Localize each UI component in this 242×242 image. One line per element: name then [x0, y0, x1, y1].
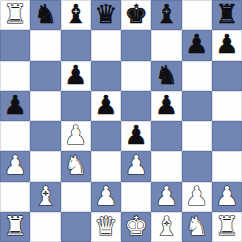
square-e4[interactable]: ♟ — [121, 121, 151, 151]
square-d6[interactable] — [91, 61, 121, 91]
square-e2[interactable] — [121, 182, 151, 212]
black-rook-piece: ♜ — [215, 1, 238, 27]
square-h3[interactable] — [212, 151, 242, 181]
square-h4[interactable] — [212, 121, 242, 151]
square-h5[interactable] — [212, 91, 242, 121]
white-pawn-piece: ♟ — [124, 152, 147, 178]
white-rook-piece: ♜ — [215, 213, 238, 239]
square-g7[interactable]: ♟ — [182, 30, 212, 60]
square-h8[interactable]: ♜ — [212, 0, 242, 30]
square-c5[interactable] — [61, 91, 91, 121]
square-a7[interactable] — [0, 30, 30, 60]
white-knight-piece: ♞ — [185, 213, 208, 239]
black-pawn-piece: ♟ — [94, 92, 117, 118]
white-pawn-piece: ♟ — [185, 183, 208, 209]
black-knight-piece: ♞ — [34, 1, 57, 27]
square-g3[interactable] — [182, 151, 212, 181]
white-queen-piece: ♛ — [94, 213, 117, 239]
square-f3[interactable] — [151, 151, 181, 181]
white-bishop-piece: ♝ — [155, 213, 178, 239]
square-a1[interactable]: ♜ — [0, 212, 30, 242]
square-h6[interactable] — [212, 61, 242, 91]
square-b4[interactable] — [30, 121, 60, 151]
white-pawn-piece: ♟ — [155, 183, 178, 209]
square-b6[interactable] — [30, 61, 60, 91]
square-e3[interactable]: ♟ — [121, 151, 151, 181]
square-b8[interactable]: ♞ — [30, 0, 60, 30]
black-bishop-piece: ♝ — [64, 1, 87, 27]
square-h7[interactable]: ♟ — [212, 30, 242, 60]
square-f8[interactable]: ♝ — [151, 0, 181, 30]
square-d8[interactable]: ♛ — [91, 0, 121, 30]
black-pawn-piece: ♟ — [64, 62, 87, 88]
square-f2[interactable]: ♟ — [151, 182, 181, 212]
square-d7[interactable] — [91, 30, 121, 60]
square-g5[interactable] — [182, 91, 212, 121]
white-pawn-piece: ♟ — [94, 183, 117, 209]
square-g1[interactable]: ♞ — [182, 212, 212, 242]
square-a3[interactable]: ♟ — [0, 151, 30, 181]
square-b2[interactable]: ♝ — [30, 182, 60, 212]
white-rook-piece: ♜ — [3, 213, 26, 239]
black-pawn-piece: ♟ — [155, 92, 178, 118]
square-f4[interactable] — [151, 121, 181, 151]
square-c4[interactable]: ♟ — [61, 121, 91, 151]
square-c7[interactable] — [61, 30, 91, 60]
square-d1[interactable]: ♛ — [91, 212, 121, 242]
white-knight-piece: ♞ — [64, 152, 87, 178]
square-a2[interactable] — [0, 182, 30, 212]
square-g2[interactable]: ♟ — [182, 182, 212, 212]
square-h2[interactable]: ♟ — [212, 182, 242, 212]
square-b5[interactable] — [30, 91, 60, 121]
chess-board: ♜♞♝♛♚♝♜♟♟♟♞♟♟♟♟♟♟♞♟♝♟♟♟♟♜♛♚♝♞♜ — [0, 0, 242, 242]
square-c8[interactable]: ♝ — [61, 0, 91, 30]
square-g6[interactable] — [182, 61, 212, 91]
black-knight-piece: ♞ — [155, 62, 178, 88]
square-d4[interactable] — [91, 121, 121, 151]
square-h1[interactable]: ♜ — [212, 212, 242, 242]
square-e8[interactable]: ♚ — [121, 0, 151, 30]
square-g4[interactable] — [182, 121, 212, 151]
black-queen-piece: ♛ — [94, 1, 117, 27]
white-pawn-piece: ♟ — [64, 122, 87, 148]
square-f5[interactable]: ♟ — [151, 91, 181, 121]
square-d5[interactable]: ♟ — [91, 91, 121, 121]
black-pawn-piece: ♟ — [215, 31, 238, 57]
square-e1[interactable]: ♚ — [121, 212, 151, 242]
white-pawn-piece: ♟ — [3, 152, 26, 178]
square-c1[interactable] — [61, 212, 91, 242]
white-rook-piece: ♜ — [3, 1, 26, 27]
square-e6[interactable] — [121, 61, 151, 91]
square-f6[interactable]: ♞ — [151, 61, 181, 91]
square-a8[interactable]: ♜ — [0, 0, 30, 30]
square-d2[interactable]: ♟ — [91, 182, 121, 212]
square-a5[interactable]: ♟ — [0, 91, 30, 121]
white-bishop-piece: ♝ — [34, 183, 57, 209]
square-a4[interactable] — [0, 121, 30, 151]
square-b1[interactable] — [30, 212, 60, 242]
black-pawn-piece: ♟ — [3, 92, 26, 118]
square-b7[interactable] — [30, 30, 60, 60]
square-f7[interactable] — [151, 30, 181, 60]
black-pawn-piece: ♟ — [124, 122, 147, 148]
black-bishop-piece: ♝ — [155, 1, 178, 27]
square-b3[interactable] — [30, 151, 60, 181]
black-king-piece: ♚ — [124, 1, 147, 27]
square-c3[interactable]: ♞ — [61, 151, 91, 181]
square-c6[interactable]: ♟ — [61, 61, 91, 91]
square-e5[interactable] — [121, 91, 151, 121]
square-e7[interactable] — [121, 30, 151, 60]
black-pawn-piece: ♟ — [185, 31, 208, 57]
square-d3[interactable] — [91, 151, 121, 181]
square-c2[interactable] — [61, 182, 91, 212]
square-g8[interactable] — [182, 0, 212, 30]
square-a6[interactable] — [0, 61, 30, 91]
square-f1[interactable]: ♝ — [151, 212, 181, 242]
white-king-piece: ♚ — [124, 213, 147, 239]
white-pawn-piece: ♟ — [215, 183, 238, 209]
